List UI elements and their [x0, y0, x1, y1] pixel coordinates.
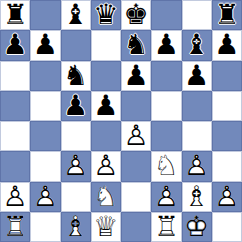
square-f1[interactable]: ♜♖ — [151, 212, 181, 242]
white-knight-piece[interactable]: ♞♘ — [151, 151, 181, 181]
square-d8[interactable]: ♛ — [91, 0, 121, 30]
black-piece-glyph: ♟ — [212, 30, 242, 60]
square-h1[interactable] — [212, 212, 242, 242]
square-a6[interactable] — [0, 61, 30, 91]
square-b5[interactable] — [30, 91, 60, 121]
black-piece-glyph: ♛ — [91, 0, 121, 30]
white-queen-piece[interactable]: ♛♕ — [91, 212, 121, 242]
square-b7[interactable]: ♟ — [30, 30, 60, 60]
black-pawn-piece[interactable]: ♟ — [61, 91, 91, 121]
black-rook-piece[interactable]: ♜ — [0, 0, 30, 30]
square-c7[interactable] — [61, 30, 91, 60]
white-pawn-piece[interactable]: ♟♙ — [61, 151, 91, 181]
square-b6[interactable] — [30, 61, 60, 91]
square-d1[interactable]: ♛♕ — [91, 212, 121, 242]
white-bishop-piece[interactable]: ♝♗ — [182, 182, 212, 212]
white-piece-outline-glyph: ♖ — [0, 212, 30, 242]
square-a8[interactable]: ♜ — [0, 0, 30, 30]
square-f3[interactable]: ♞♘ — [151, 151, 181, 181]
white-piece-outline-glyph: ♙ — [30, 182, 60, 212]
black-pawn-piece[interactable]: ♟ — [0, 30, 30, 60]
white-piece-outline-glyph: ♕ — [91, 212, 121, 242]
square-b1[interactable] — [30, 212, 60, 242]
square-d2[interactable]: ♞♘ — [91, 182, 121, 212]
square-a4[interactable] — [0, 121, 30, 151]
square-a3[interactable] — [0, 151, 30, 181]
white-pawn-piece[interactable]: ♟♙ — [182, 151, 212, 181]
square-g5[interactable] — [182, 91, 212, 121]
black-piece-glyph: ♜ — [212, 0, 242, 30]
white-pawn-piece[interactable]: ♟♙ — [91, 151, 121, 181]
white-pawn-piece[interactable]: ♟♙ — [212, 182, 242, 212]
white-piece-outline-glyph: ♙ — [0, 182, 30, 212]
square-e8[interactable]: ♚ — [121, 0, 151, 30]
square-f6[interactable] — [151, 61, 181, 91]
square-g7[interactable]: ♝ — [182, 30, 212, 60]
black-knight-piece[interactable]: ♞ — [121, 30, 151, 60]
white-piece-outline-glyph: ♙ — [91, 151, 121, 181]
white-pawn-piece[interactable]: ♟♙ — [30, 182, 60, 212]
white-pawn-piece[interactable]: ♟♙ — [121, 121, 151, 151]
square-g6[interactable]: ♟ — [182, 61, 212, 91]
white-piece-outline-glyph: ♘ — [91, 182, 121, 212]
square-g4[interactable] — [182, 121, 212, 151]
square-a1[interactable]: ♜♖ — [0, 212, 30, 242]
square-f7[interactable]: ♟ — [151, 30, 181, 60]
black-pawn-piece[interactable]: ♟ — [30, 30, 60, 60]
square-c1[interactable]: ♝♗ — [61, 212, 91, 242]
square-d5[interactable]: ♟ — [91, 91, 121, 121]
white-pawn-piece[interactable]: ♟♙ — [0, 182, 30, 212]
black-piece-glyph: ♞ — [61, 61, 91, 91]
square-d7[interactable] — [91, 30, 121, 60]
black-piece-glyph: ♜ — [0, 0, 30, 30]
black-piece-glyph: ♟ — [0, 30, 30, 60]
black-rook-piece[interactable]: ♜ — [212, 0, 242, 30]
square-a7[interactable]: ♟ — [0, 30, 30, 60]
square-f5[interactable] — [151, 91, 181, 121]
square-d6[interactable] — [91, 61, 121, 91]
square-h7[interactable]: ♟ — [212, 30, 242, 60]
black-pawn-piece[interactable]: ♟ — [91, 91, 121, 121]
square-a2[interactable]: ♟♙ — [0, 182, 30, 212]
square-g3[interactable]: ♟♙ — [182, 151, 212, 181]
white-piece-outline-glyph: ♘ — [151, 151, 181, 181]
square-h3[interactable] — [212, 151, 242, 181]
square-g2[interactable]: ♝♗ — [182, 182, 212, 212]
square-c6[interactable]: ♞ — [61, 61, 91, 91]
black-piece-glyph: ♞ — [121, 30, 151, 60]
square-h5[interactable] — [212, 91, 242, 121]
black-king-piece[interactable]: ♚ — [121, 0, 151, 30]
square-c4[interactable] — [61, 121, 91, 151]
square-g8[interactable] — [182, 0, 212, 30]
square-h4[interactable] — [212, 121, 242, 151]
square-c5[interactable]: ♟ — [61, 91, 91, 121]
square-e3[interactable] — [121, 151, 151, 181]
square-d3[interactable]: ♟♙ — [91, 151, 121, 181]
white-piece-outline-glyph: ♙ — [182, 151, 212, 181]
white-knight-piece[interactable]: ♞♘ — [91, 182, 121, 212]
black-piece-glyph: ♟ — [61, 91, 91, 121]
square-h8[interactable]: ♜ — [212, 0, 242, 30]
square-h6[interactable] — [212, 61, 242, 91]
square-b8[interactable] — [30, 0, 60, 30]
black-bishop-piece[interactable]: ♝ — [61, 0, 91, 30]
square-e1[interactable] — [121, 212, 151, 242]
black-piece-glyph: ♝ — [182, 30, 212, 60]
black-piece-glyph: ♟ — [30, 30, 60, 60]
square-f8[interactable] — [151, 0, 181, 30]
square-b3[interactable] — [30, 151, 60, 181]
black-pawn-piece[interactable]: ♟ — [151, 30, 181, 60]
square-c3[interactable]: ♟♙ — [61, 151, 91, 181]
square-g1[interactable]: ♚♔ — [182, 212, 212, 242]
square-b2[interactable]: ♟♙ — [30, 182, 60, 212]
white-pawn-piece[interactable]: ♟♙ — [151, 182, 181, 212]
black-pawn-piece[interactable]: ♟ — [182, 61, 212, 91]
white-piece-outline-glyph: ♙ — [121, 121, 151, 151]
white-piece-outline-glyph: ♗ — [61, 212, 91, 242]
black-piece-glyph: ♝ — [61, 0, 91, 30]
white-piece-outline-glyph: ♙ — [212, 182, 242, 212]
black-piece-glyph: ♟ — [182, 61, 212, 91]
white-bishop-piece[interactable]: ♝♗ — [61, 212, 91, 242]
square-e2[interactable] — [121, 182, 151, 212]
white-piece-outline-glyph: ♔ — [182, 212, 212, 242]
square-h2[interactable]: ♟♙ — [212, 182, 242, 212]
white-rook-piece[interactable]: ♜♖ — [0, 212, 30, 242]
chess-board: ♜♝♛♚♜♟♟♞♟♝♟♞♟♟♟♟♟♙♟♙♟♙♞♘♟♙♟♙♟♙♞♘♟♙♝♗♟♙♜♖… — [0, 0, 242, 242]
square-f2[interactable]: ♟♙ — [151, 182, 181, 212]
black-piece-glyph: ♚ — [121, 0, 151, 30]
square-e4[interactable]: ♟♙ — [121, 121, 151, 151]
black-piece-glyph: ♟ — [91, 91, 121, 121]
white-rook-piece[interactable]: ♜♖ — [151, 212, 181, 242]
square-a5[interactable] — [0, 91, 30, 121]
white-piece-outline-glyph: ♙ — [151, 182, 181, 212]
square-e6[interactable]: ♟ — [121, 61, 151, 91]
black-pawn-piece[interactable]: ♟ — [121, 61, 151, 91]
black-piece-glyph: ♟ — [121, 61, 151, 91]
white-piece-outline-glyph: ♖ — [151, 212, 181, 242]
square-c8[interactable]: ♝ — [61, 0, 91, 30]
black-queen-piece[interactable]: ♛ — [91, 0, 121, 30]
white-piece-outline-glyph: ♙ — [61, 151, 91, 181]
black-knight-piece[interactable]: ♞ — [61, 61, 91, 91]
black-piece-glyph: ♟ — [151, 30, 181, 60]
square-e7[interactable]: ♞ — [121, 30, 151, 60]
black-pawn-piece[interactable]: ♟ — [212, 30, 242, 60]
white-piece-outline-glyph: ♗ — [182, 182, 212, 212]
square-e5[interactable] — [121, 91, 151, 121]
white-king-piece[interactable]: ♚♔ — [182, 212, 212, 242]
black-bishop-piece[interactable]: ♝ — [182, 30, 212, 60]
square-b4[interactable] — [30, 121, 60, 151]
square-f4[interactable] — [151, 121, 181, 151]
square-d4[interactable] — [91, 121, 121, 151]
square-c2[interactable] — [61, 182, 91, 212]
